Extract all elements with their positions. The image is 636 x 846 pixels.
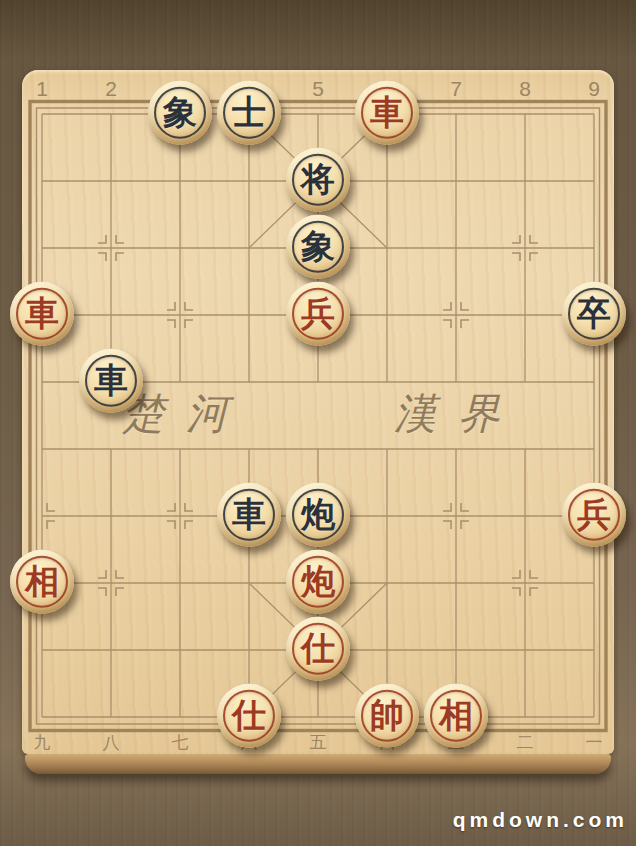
- piece-black-soldier[interactable]: 卒: [562, 282, 626, 346]
- piece-red-soldier[interactable]: 兵: [286, 282, 350, 346]
- file-label-top-9: 9: [580, 77, 608, 101]
- piece-black-elephant[interactable]: 象: [148, 81, 212, 145]
- piece-glyph: 仕: [232, 698, 266, 732]
- piece-red-cannon[interactable]: 炮: [286, 550, 350, 614]
- piece-black-general[interactable]: 将: [286, 148, 350, 212]
- piece-glyph: 将: [301, 162, 335, 196]
- piece-glyph: 兵: [301, 296, 335, 330]
- piece-glyph: 象: [163, 95, 197, 129]
- piece-black-advisor[interactable]: 士: [217, 81, 281, 145]
- piece-glyph: 相: [439, 698, 473, 732]
- piece-red-chariot[interactable]: 車: [10, 282, 74, 346]
- watermark: qmdown.com: [453, 808, 628, 832]
- file-label-bottom-8: 二: [511, 731, 539, 754]
- file-label-bottom-2: 八: [97, 731, 125, 754]
- piece-black-elephant[interactable]: 象: [286, 215, 350, 279]
- file-label-bottom-1: 九: [28, 731, 56, 754]
- file-label-bottom-9: 一: [580, 731, 608, 754]
- piece-glyph: 車: [370, 95, 404, 129]
- piece-glyph: 車: [232, 497, 266, 531]
- piece-glyph: 相: [25, 564, 59, 598]
- piece-red-soldier[interactable]: 兵: [562, 483, 626, 547]
- piece-glyph: 士: [232, 95, 266, 129]
- piece-black-chariot[interactable]: 車: [217, 483, 281, 547]
- piece-glyph: 炮: [301, 497, 335, 531]
- piece-glyph: 仕: [301, 631, 335, 665]
- piece-red-elephant[interactable]: 相: [424, 684, 488, 748]
- piece-red-advisor[interactable]: 仕: [217, 684, 281, 748]
- file-label-top-1: 1: [28, 77, 56, 101]
- piece-glyph: 卒: [577, 296, 611, 330]
- piece-glyph: 車: [25, 296, 59, 330]
- river-label-right: 漢界: [372, 386, 522, 442]
- piece-red-elephant[interactable]: 相: [10, 550, 74, 614]
- piece-black-cannon[interactable]: 炮: [286, 483, 350, 547]
- file-label-bottom-5: 五: [304, 731, 332, 754]
- piece-red-advisor[interactable]: 仕: [286, 617, 350, 681]
- file-label-top-2: 2: [97, 77, 125, 101]
- piece-red-chariot[interactable]: 車: [355, 81, 419, 145]
- piece-glyph: 炮: [301, 564, 335, 598]
- piece-glyph: 帥: [370, 698, 404, 732]
- file-label-top-8: 8: [511, 77, 539, 101]
- board-bottom-bevel: [25, 754, 611, 774]
- piece-red-general[interactable]: 帥: [355, 684, 419, 748]
- xiangqi-app: 123456789 九八七六五四三二一 楚河 漢界 象士車将象車兵卒車車炮兵相炮…: [0, 0, 636, 846]
- file-label-top-5: 5: [304, 77, 332, 101]
- piece-black-chariot[interactable]: 車: [79, 349, 143, 413]
- file-label-top-7: 7: [442, 77, 470, 101]
- piece-glyph: 兵: [577, 497, 611, 531]
- file-label-bottom-3: 七: [166, 731, 194, 754]
- piece-glyph: 象: [301, 229, 335, 263]
- piece-glyph: 車: [94, 363, 128, 397]
